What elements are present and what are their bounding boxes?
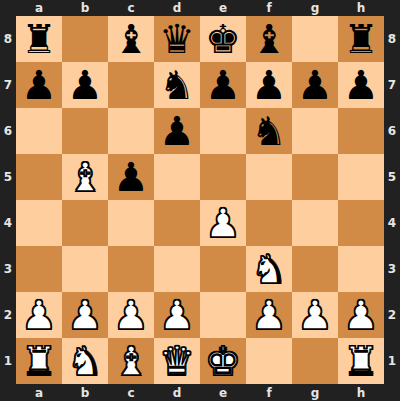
square-h6[interactable] <box>338 108 384 154</box>
square-e7[interactable]: ♟ <box>200 62 246 108</box>
piece-white-bishop: ♝ <box>67 154 103 200</box>
square-f6[interactable]: ♞ <box>246 108 292 154</box>
chess-board[interactable]: ♜♝♛♚♝♜♟♟♞♟♟♟♟♟♞♝♟♟♞♟♟♟♟♟♟♟♜♞♝♛♚♜ <box>16 16 384 384</box>
square-e8[interactable]: ♚ <box>200 16 246 62</box>
file-label-d: d <box>154 384 200 401</box>
rank-label-6: 6 <box>384 108 400 154</box>
piece-black-pawn: ♟ <box>251 62 287 108</box>
square-h3[interactable] <box>338 246 384 292</box>
file-labels-bottom: abcdefgh <box>16 384 384 401</box>
piece-white-queen: ♛ <box>159 338 195 384</box>
square-g6[interactable] <box>292 108 338 154</box>
square-a4[interactable] <box>16 200 62 246</box>
square-d3[interactable] <box>154 246 200 292</box>
square-a1[interactable]: ♜ <box>16 338 62 384</box>
square-c8[interactable]: ♝ <box>108 16 154 62</box>
file-label-g: g <box>292 0 338 16</box>
piece-white-pawn: ♟ <box>343 292 379 338</box>
square-g3[interactable] <box>292 246 338 292</box>
square-f3[interactable]: ♞ <box>246 246 292 292</box>
piece-white-rook: ♜ <box>21 338 57 384</box>
file-label-c: c <box>108 384 154 401</box>
square-f7[interactable]: ♟ <box>246 62 292 108</box>
square-a6[interactable] <box>16 108 62 154</box>
square-a8[interactable]: ♜ <box>16 16 62 62</box>
file-label-e: e <box>200 384 246 401</box>
rank-label-2: 2 <box>384 292 400 338</box>
file-label-g: g <box>292 384 338 401</box>
file-label-h: h <box>338 384 384 401</box>
file-label-a: a <box>16 384 62 401</box>
piece-black-queen: ♛ <box>159 16 195 62</box>
rank-label-6: 6 <box>0 108 16 154</box>
file-label-c: c <box>108 0 154 16</box>
file-labels-top: abcdefgh <box>16 0 384 16</box>
rank-label-3: 3 <box>0 246 16 292</box>
square-f8[interactable]: ♝ <box>246 16 292 62</box>
piece-black-bishop: ♝ <box>113 16 149 62</box>
square-d1[interactable]: ♛ <box>154 338 200 384</box>
square-h5[interactable] <box>338 154 384 200</box>
square-f5[interactable] <box>246 154 292 200</box>
square-c4[interactable] <box>108 200 154 246</box>
piece-black-king: ♚ <box>205 16 241 62</box>
rank-labels-right: 87654321 <box>384 16 400 384</box>
square-e2[interactable] <box>200 292 246 338</box>
rank-label-8: 8 <box>0 16 16 62</box>
piece-white-knight: ♞ <box>67 338 103 384</box>
piece-black-rook: ♜ <box>21 16 57 62</box>
file-label-d: d <box>154 0 200 16</box>
piece-white-pawn: ♟ <box>159 292 195 338</box>
piece-black-pawn: ♟ <box>343 62 379 108</box>
square-b2[interactable]: ♟ <box>62 292 108 338</box>
piece-black-pawn: ♟ <box>113 154 149 200</box>
square-e4[interactable]: ♟ <box>200 200 246 246</box>
piece-black-pawn: ♟ <box>297 62 333 108</box>
square-a7[interactable]: ♟ <box>16 62 62 108</box>
rank-label-8: 8 <box>384 16 400 62</box>
square-h8[interactable]: ♜ <box>338 16 384 62</box>
square-h2[interactable]: ♟ <box>338 292 384 338</box>
square-a5[interactable] <box>16 154 62 200</box>
square-g7[interactable]: ♟ <box>292 62 338 108</box>
square-b4[interactable] <box>62 200 108 246</box>
file-label-b: b <box>62 384 108 401</box>
square-g1[interactable] <box>292 338 338 384</box>
piece-white-bishop: ♝ <box>113 338 149 384</box>
piece-white-rook: ♜ <box>343 338 379 384</box>
square-f1[interactable] <box>246 338 292 384</box>
rank-label-2: 2 <box>0 292 16 338</box>
rank-label-1: 1 <box>384 338 400 384</box>
square-d6[interactable]: ♟ <box>154 108 200 154</box>
piece-white-pawn: ♟ <box>67 292 103 338</box>
rank-label-7: 7 <box>384 62 400 108</box>
piece-white-pawn: ♟ <box>297 292 333 338</box>
square-e6[interactable] <box>200 108 246 154</box>
piece-white-king: ♚ <box>205 338 241 384</box>
piece-white-pawn: ♟ <box>205 200 241 246</box>
file-label-f: f <box>246 0 292 16</box>
square-e5[interactable] <box>200 154 246 200</box>
file-label-a: a <box>16 0 62 16</box>
square-h7[interactable]: ♟ <box>338 62 384 108</box>
square-h1[interactable]: ♜ <box>338 338 384 384</box>
rank-label-1: 1 <box>0 338 16 384</box>
file-label-f: f <box>246 384 292 401</box>
square-d4[interactable] <box>154 200 200 246</box>
rank-labels-left: 87654321 <box>0 16 16 384</box>
piece-white-pawn: ♟ <box>251 292 287 338</box>
square-d8[interactable]: ♛ <box>154 16 200 62</box>
file-label-b: b <box>62 0 108 16</box>
square-b7[interactable]: ♟ <box>62 62 108 108</box>
square-b8[interactable] <box>62 16 108 62</box>
piece-black-pawn: ♟ <box>205 62 241 108</box>
square-f4[interactable] <box>246 200 292 246</box>
square-d5[interactable] <box>154 154 200 200</box>
piece-black-rook: ♜ <box>343 16 379 62</box>
square-b6[interactable] <box>62 108 108 154</box>
square-b1[interactable]: ♞ <box>62 338 108 384</box>
file-label-e: e <box>200 0 246 16</box>
square-c2[interactable]: ♟ <box>108 292 154 338</box>
piece-black-pawn: ♟ <box>21 62 57 108</box>
square-a3[interactable] <box>16 246 62 292</box>
piece-white-pawn: ♟ <box>21 292 57 338</box>
square-b5[interactable]: ♝ <box>62 154 108 200</box>
chess-board-frame: abcdefgh abcdefgh 87654321 87654321 ♜♝♛♚… <box>0 0 400 401</box>
square-f2[interactable]: ♟ <box>246 292 292 338</box>
square-c7[interactable] <box>108 62 154 108</box>
rank-label-3: 3 <box>384 246 400 292</box>
square-c5[interactable]: ♟ <box>108 154 154 200</box>
rank-label-4: 4 <box>0 200 16 246</box>
piece-white-pawn: ♟ <box>113 292 149 338</box>
square-b3[interactable] <box>62 246 108 292</box>
rank-label-5: 5 <box>384 154 400 200</box>
piece-black-pawn: ♟ <box>67 62 103 108</box>
square-e1[interactable]: ♚ <box>200 338 246 384</box>
square-g5[interactable] <box>292 154 338 200</box>
piece-black-knight: ♞ <box>159 62 195 108</box>
rank-label-4: 4 <box>384 200 400 246</box>
square-c3[interactable] <box>108 246 154 292</box>
square-c6[interactable] <box>108 108 154 154</box>
square-g8[interactable] <box>292 16 338 62</box>
square-c1[interactable]: ♝ <box>108 338 154 384</box>
square-g2[interactable]: ♟ <box>292 292 338 338</box>
piece-black-bishop: ♝ <box>251 16 287 62</box>
piece-white-knight: ♞ <box>251 246 287 292</box>
square-g4[interactable] <box>292 200 338 246</box>
square-h4[interactable] <box>338 200 384 246</box>
rank-label-5: 5 <box>0 154 16 200</box>
square-d2[interactable]: ♟ <box>154 292 200 338</box>
file-label-h: h <box>338 0 384 16</box>
piece-black-pawn: ♟ <box>159 108 195 154</box>
square-e3[interactable] <box>200 246 246 292</box>
rank-label-7: 7 <box>0 62 16 108</box>
piece-black-knight: ♞ <box>251 108 287 154</box>
square-d7[interactable]: ♞ <box>154 62 200 108</box>
square-a2[interactable]: ♟ <box>16 292 62 338</box>
